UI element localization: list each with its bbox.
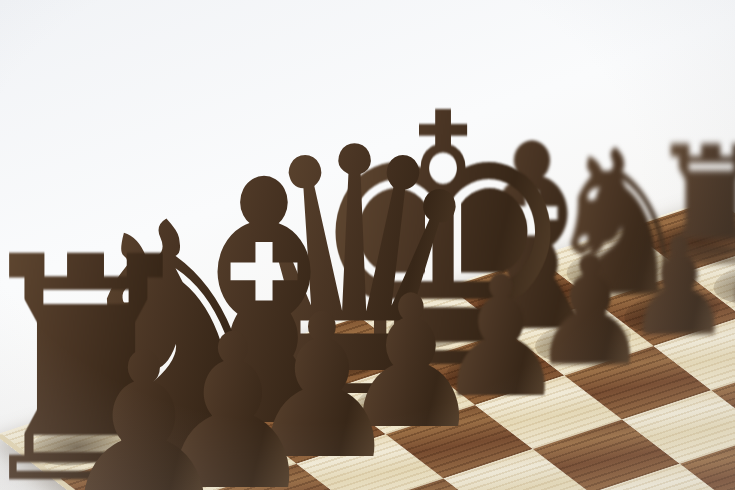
photo-scene: ♜♞♝♛♚♝♞♜♟♟♟♟♟♟♟♟ [0, 0, 735, 490]
chessboard [0, 198, 735, 490]
